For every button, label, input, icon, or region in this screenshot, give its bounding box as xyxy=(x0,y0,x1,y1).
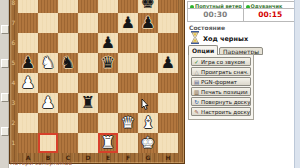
square-f2[interactable]: ♛ xyxy=(118,113,138,133)
square-d7[interactable] xyxy=(78,13,98,33)
square-g7[interactable]: ♟ xyxy=(138,13,158,33)
square-c1[interactable] xyxy=(58,133,78,153)
player-left-clock: 00:30 xyxy=(188,9,243,21)
white-pawn-a4: ♟ xyxy=(21,73,35,93)
square-a5[interactable]: ♟ xyxy=(18,53,38,73)
square-b7[interactable] xyxy=(38,13,58,33)
square-b4[interactable] xyxy=(38,73,58,93)
square-f5[interactable] xyxy=(118,53,138,73)
square-h3[interactable] xyxy=(158,93,178,113)
captured-pieces-caption: Потери соперников xyxy=(10,159,72,166)
square-g8[interactable]: ♚ xyxy=(138,0,158,13)
square-c3[interactable] xyxy=(58,93,78,113)
button-label: Настроить доску xyxy=(201,109,250,115)
square-g1[interactable]: ♚ xyxy=(138,133,158,153)
rank-label-4: 4 xyxy=(10,73,17,93)
square-f4[interactable] xyxy=(118,73,138,93)
file-label-g: G xyxy=(138,153,158,163)
players-clock-table: Попутный ветер 00:30 Одуванчик 00:15 xyxy=(187,1,298,22)
warning-icon: △ xyxy=(193,69,200,75)
tab-опции[interactable]: Опции xyxy=(188,45,218,55)
square-b6[interactable] xyxy=(38,33,58,53)
right-edge-strip xyxy=(294,0,300,168)
button-label: Игра со звуком xyxy=(201,59,245,65)
square-h5[interactable]: ♟ xyxy=(158,53,178,73)
white-queen-f2: ♛ xyxy=(121,113,135,133)
white-knight-b5: ♞ xyxy=(41,53,55,73)
black-pawn-e6: ♟ xyxy=(101,33,115,53)
status-title: Состояние xyxy=(189,24,225,31)
square-a1[interactable] xyxy=(18,133,38,153)
player-right-column: Одуванчик 00:15 xyxy=(243,2,298,21)
white-king-g1: ♚ xyxy=(141,133,155,153)
square-g6[interactable] xyxy=(138,33,158,53)
splitter-handle[interactable] xyxy=(1,127,9,136)
rank-label-3: 3 xyxy=(10,93,17,113)
button-pgn-формат[interactable]: ▤PGN-формат xyxy=(191,77,251,86)
square-h7[interactable] xyxy=(158,13,178,33)
square-g5[interactable] xyxy=(138,53,158,73)
square-c5[interactable]: ♞ xyxy=(58,53,78,73)
square-e7[interactable] xyxy=(98,13,118,33)
rank-label-5: 5 xyxy=(10,53,17,73)
hourglass-icon xyxy=(190,31,200,44)
square-e3[interactable] xyxy=(98,93,118,113)
square-f7[interactable]: ♟ xyxy=(118,13,138,33)
file-label-d: D xyxy=(78,153,98,163)
printer-icon: ▥ xyxy=(193,89,200,95)
square-c4[interactable] xyxy=(58,73,78,93)
button-label: Проиграть снач. xyxy=(201,69,249,75)
square-h6[interactable] xyxy=(158,33,178,53)
square-e6[interactable]: ♟ xyxy=(98,33,118,53)
square-d1[interactable] xyxy=(78,133,98,153)
splitter-handle[interactable] xyxy=(1,93,9,102)
square-g4[interactable] xyxy=(138,73,158,93)
black-knight-c5: ♞ xyxy=(61,53,75,73)
square-b1[interactable] xyxy=(38,133,58,153)
square-f3[interactable] xyxy=(118,93,138,113)
document-icon: ▤ xyxy=(193,79,200,85)
square-d6[interactable] xyxy=(78,33,98,53)
player-left-name: Попутный ветер xyxy=(188,2,243,9)
square-d4[interactable] xyxy=(78,73,98,93)
rank-label-7: 7 xyxy=(10,13,17,33)
square-c2[interactable] xyxy=(58,113,78,133)
black-pawn-a5: ♟ xyxy=(21,53,35,73)
black-pawn-h5: ♟ xyxy=(161,53,175,73)
black-pawn-g7: ♟ xyxy=(141,13,155,33)
square-h2[interactable] xyxy=(158,113,178,133)
square-b2[interactable] xyxy=(38,113,58,133)
square-b3[interactable]: ♟ xyxy=(38,93,58,113)
white-pawn-b3: ♟ xyxy=(41,93,55,113)
square-e4[interactable] xyxy=(98,73,118,93)
button-label: Печать позиции xyxy=(201,89,248,95)
button-повернуть-доску[interactable]: ↻Повернуть доску xyxy=(191,97,251,106)
square-g2[interactable]: ♝ xyxy=(138,113,158,133)
black-queen-e5: ♛ xyxy=(101,53,115,73)
chess-board: 87654321 ♚♟♟♟♟♞♞♛♟♟♟♜♛♝♜♚ ABCDEFGH xyxy=(9,0,186,164)
square-d3[interactable]: ♜ xyxy=(78,93,98,113)
square-f1[interactable] xyxy=(118,133,138,153)
rank-label-6: 6 xyxy=(10,33,17,53)
square-c8[interactable] xyxy=(58,0,78,13)
square-f6[interactable] xyxy=(118,33,138,53)
square-e2[interactable] xyxy=(98,113,118,133)
square-c7[interactable] xyxy=(58,13,78,33)
button-label: PGN-формат xyxy=(201,79,237,85)
button-настроить-доску[interactable]: ✎Настроить доску xyxy=(191,107,251,116)
left-splitter-strip xyxy=(0,0,9,168)
player-right-name: Одуванчик xyxy=(244,2,298,9)
splitter-handle[interactable] xyxy=(1,59,9,68)
side-panel: Попутный ветер 00:30 Одуванчик 00:15 Сос… xyxy=(186,0,300,168)
square-e5[interactable]: ♛ xyxy=(98,53,118,73)
square-a4[interactable]: ♟ xyxy=(18,73,38,93)
turn-indicator: Ход черных xyxy=(203,35,248,43)
button-печать-позиции[interactable]: ▥Печать позиции xyxy=(191,87,251,96)
black-pawn-f7: ♟ xyxy=(121,13,135,33)
square-h4[interactable] xyxy=(158,73,178,93)
square-f8[interactable] xyxy=(118,0,138,13)
square-a6[interactable] xyxy=(18,33,38,53)
black-king-g8: ♚ xyxy=(141,0,155,13)
player-left-column: Попутный ветер 00:30 xyxy=(188,2,243,21)
tools-icon: ✎ xyxy=(193,109,200,115)
button-игра-со-звуком[interactable]: ✓Игра со звуком xyxy=(191,57,251,66)
check-icon: ✓ xyxy=(193,59,200,65)
white-bishop-g2: ♝ xyxy=(141,113,155,133)
board-frame: 87654321 ♚♟♟♟♟♞♞♛♟♟♟♜♛♝♜♚ ABCDEFGH xyxy=(9,0,185,164)
square-a8[interactable] xyxy=(18,0,38,13)
file-label-h: H xyxy=(158,153,178,163)
square-b8[interactable] xyxy=(38,0,58,13)
rank-labels: 87654321 xyxy=(10,0,17,153)
file-label-f: F xyxy=(118,153,138,163)
square-c6[interactable] xyxy=(58,33,78,53)
square-a7[interactable] xyxy=(18,13,38,33)
square-d5[interactable] xyxy=(78,53,98,73)
mouse-cursor-icon xyxy=(141,99,149,110)
black-rook-d3: ♜ xyxy=(81,93,95,113)
player-right-clock: 00:15 xyxy=(244,9,298,21)
options-group-box: ✓Игра со звуком△Проиграть снач.▤PGN-форм… xyxy=(188,54,254,120)
file-label-e: E xyxy=(98,153,118,163)
rank-label-8: 8 xyxy=(10,0,17,13)
button-проиграть-снач-[interactable]: △Проиграть снач. xyxy=(191,67,251,76)
square-d8[interactable] xyxy=(78,0,98,13)
square-h1[interactable] xyxy=(158,133,178,153)
board-squares: ♚♟♟♟♟♞♞♛♟♟♟♜♛♝♜♚ xyxy=(18,0,178,153)
button-label: Повернуть доску xyxy=(201,99,250,105)
square-e8[interactable] xyxy=(98,0,118,13)
rank-label-1: 1 xyxy=(10,133,17,153)
rank-label-2: 2 xyxy=(10,113,17,133)
square-d2[interactable] xyxy=(78,113,98,133)
square-h8[interactable] xyxy=(158,0,178,13)
square-a3[interactable] xyxy=(18,93,38,113)
white-rook-e1: ♜ xyxy=(101,133,115,153)
rotate-icon: ↻ xyxy=(193,99,200,105)
square-b5[interactable]: ♞ xyxy=(38,53,58,73)
square-a2[interactable] xyxy=(18,113,38,133)
splitter-handle[interactable] xyxy=(1,25,9,34)
square-e1[interactable]: ♜ xyxy=(98,133,118,153)
